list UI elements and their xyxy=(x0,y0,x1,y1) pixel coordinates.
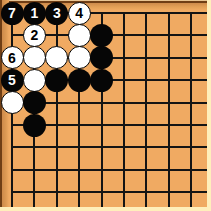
stone-black xyxy=(90,69,113,92)
move-number: 5 xyxy=(8,73,16,87)
stone-black xyxy=(23,114,46,137)
grid-line-horizontal xyxy=(11,191,207,193)
stone-white xyxy=(23,46,46,69)
stone-black xyxy=(23,91,46,114)
stone-black xyxy=(68,69,91,92)
stone-white xyxy=(68,46,91,69)
stone-black xyxy=(90,46,113,69)
move-number: 6 xyxy=(8,50,16,64)
grid-line-vertical xyxy=(168,12,170,207)
go-corner-diagram: 7134265 xyxy=(0,0,211,211)
stone-white xyxy=(68,24,91,47)
stone-black-move-7: 7 xyxy=(1,2,24,25)
stone-black xyxy=(45,69,68,92)
go-board: 7134265 xyxy=(0,0,207,207)
grid-line-vertical xyxy=(145,12,147,207)
stone-white xyxy=(45,46,68,69)
grid-line-vertical xyxy=(123,12,125,207)
move-number: 4 xyxy=(75,6,83,20)
stone-black xyxy=(90,24,113,47)
move-number: 2 xyxy=(30,28,38,42)
stone-black-move-3: 3 xyxy=(45,2,68,25)
grid-line-vertical xyxy=(190,12,192,207)
stone-white-move-2: 2 xyxy=(23,24,46,47)
stone-white xyxy=(1,91,24,114)
stone-black-move-1: 1 xyxy=(23,2,46,25)
stone-white-move-6: 6 xyxy=(1,46,24,69)
stone-white-move-4: 4 xyxy=(68,2,91,25)
grid-line-horizontal xyxy=(11,169,207,171)
move-number: 7 xyxy=(8,6,16,20)
move-number: 3 xyxy=(53,6,61,20)
grid-line-vertical xyxy=(56,12,58,207)
stone-white xyxy=(23,69,46,92)
move-number: 1 xyxy=(30,6,38,20)
stone-black-move-5: 5 xyxy=(1,69,24,92)
grid-line-horizontal xyxy=(11,146,207,148)
